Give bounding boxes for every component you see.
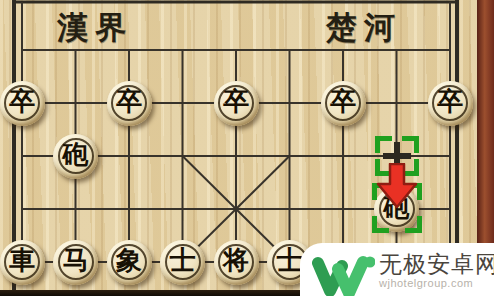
watermark-site-name: 无极安卓网 (379, 252, 494, 277)
xiangqi-piece-pawn-e[interactable]: 卒 (214, 81, 259, 126)
river-label-chu-he: 楚河 (326, 7, 402, 49)
river-label-han-jie: 漢界 (57, 7, 133, 49)
xiangqi-piece-pawn-a[interactable]: 卒 (0, 81, 45, 126)
xiangqi-board-screenshot: 漢界 楚河 卒卒卒卒卒砲砲車马象士将士 无极安卓网 wjhotelgroup.c… (0, 0, 494, 296)
xiangqi-piece-horse-b[interactable]: 马 (53, 240, 98, 285)
watermark-logo-icon (309, 252, 375, 296)
move-arrow-icon (375, 163, 419, 209)
xiangqi-piece-cannon-b[interactable]: 砲 (53, 134, 98, 179)
xiangqi-piece-elephant-c[interactable]: 象 (107, 240, 152, 285)
xiangqi-piece-general-e[interactable]: 将 (214, 240, 259, 285)
xiangqi-piece-pawn-g[interactable]: 卒 (321, 81, 366, 126)
watermark: 无极安卓网 wjhotelgroup.com (300, 243, 494, 296)
xiangqi-piece-pawn-c[interactable]: 卒 (107, 81, 152, 126)
xiangqi-piece-pawn-i[interactable]: 卒 (428, 81, 473, 126)
xiangqi-piece-chariot-a[interactable]: 車 (0, 240, 45, 285)
xiangqi-piece-advisor-d[interactable]: 士 (160, 240, 205, 285)
watermark-site-url: wjhotelgroup.com (379, 277, 494, 289)
watermark-text-block: 无极安卓网 wjhotelgroup.com (379, 252, 494, 289)
